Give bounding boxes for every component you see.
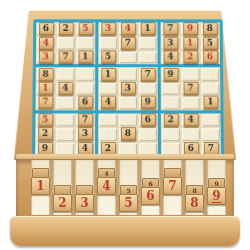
tile-5[interactable]: 5: [203, 37, 218, 51]
tile-drawer[interactable]: 12344556678899: [16, 159, 234, 218]
cell-r4c5[interactable]: [119, 68, 137, 80]
cell-r2c6[interactable]: [139, 37, 157, 49]
cell-r7c5[interactable]: [119, 114, 137, 126]
cell-r1c1[interactable]: 6: [37, 23, 55, 35]
sudoku-grid: 6254371341757983154268147617349971572394…: [32, 19, 224, 159]
tile-4[interactable]: 4: [121, 22, 136, 36]
tile-7[interactable]: 7: [38, 96, 53, 110]
tile-1[interactable]: 1: [101, 68, 116, 82]
drawer-tile-4[interactable]: 4: [97, 177, 116, 195]
cell-r7c3[interactable]: 7: [76, 114, 94, 126]
tile-4[interactable]: 4: [101, 96, 116, 110]
cell-r1c4[interactable]: 3: [99, 23, 117, 35]
cell-r5c6[interactable]: [139, 83, 157, 95]
cell-r3c2[interactable]: 7: [57, 51, 75, 63]
cell-r7c4[interactable]: [99, 114, 117, 126]
cell-r7c8[interactable]: 4: [182, 114, 200, 126]
tile-5[interactable]: 5: [101, 51, 116, 65]
tile-3[interactable]: 3: [38, 51, 53, 65]
tile-6[interactable]: 6: [39, 22, 54, 36]
cell-r4c8[interactable]: [181, 68, 199, 80]
cell-r5c5[interactable]: 3: [119, 83, 137, 95]
tile-7[interactable]: 7: [140, 68, 155, 82]
cell-r5c7[interactable]: [162, 83, 180, 95]
cell-r1c7[interactable]: 7: [161, 23, 179, 35]
drawer-slot-8: 88: [185, 160, 204, 215]
cell-r6c5[interactable]: [119, 97, 137, 109]
cell-r7c9[interactable]: [202, 114, 220, 126]
cell-r1c3[interactable]: 5: [77, 23, 95, 35]
cell-r1c2[interactable]: 2: [57, 23, 75, 35]
cell-r8c2[interactable]: [56, 128, 74, 140]
tile-3[interactable]: 3: [78, 127, 93, 141]
drawer-slot-2: 2: [53, 160, 72, 215]
drawer-tile-2[interactable]: 2: [53, 194, 72, 212]
tile-4[interactable]: 4: [58, 82, 73, 96]
cell-r8c8[interactable]: [182, 128, 200, 140]
cell-r7c2[interactable]: [56, 114, 74, 126]
cell-r6c1[interactable]: 7: [36, 97, 54, 109]
cell-r4c9[interactable]: [201, 68, 219, 80]
cell-r5c9[interactable]: [201, 83, 219, 95]
tile-2[interactable]: 2: [163, 113, 178, 127]
drawer-tile-1[interactable]: 1: [31, 177, 50, 195]
cell-r6c9[interactable]: 1: [202, 97, 220, 109]
drawer-interior: 12344556678899: [31, 160, 219, 215]
cell-r3c1[interactable]: 3: [37, 51, 55, 63]
tile-2[interactable]: 2: [58, 22, 73, 36]
tile-3[interactable]: 3: [101, 22, 116, 36]
board-tray: 6254371341757983154268147617349971572394…: [14, 11, 236, 160]
cell-r1c8[interactable]: 9: [181, 23, 199, 35]
cell-r4c6[interactable]: 7: [139, 68, 157, 80]
tile-8[interactable]: 8: [202, 22, 217, 36]
box-9: 2467: [161, 113, 221, 156]
box-3: 798315426: [161, 22, 221, 64]
tile-6[interactable]: 6: [140, 113, 155, 127]
cell-r2c1[interactable]: 4: [37, 37, 55, 49]
tile-3[interactable]: 3: [121, 82, 136, 96]
tile-5[interactable]: 5: [38, 113, 53, 127]
drawer-tile-9[interactable]: 9: [207, 187, 226, 205]
cell-r4c3[interactable]: [76, 68, 94, 80]
box-2: 34175: [98, 22, 157, 64]
drawer-front-panel[interactable]: [10, 216, 240, 246]
drawer-slot-6: 66: [141, 160, 160, 215]
drawer-tile-6[interactable]: 6: [141, 187, 160, 205]
cell-r8c1[interactable]: 2: [36, 128, 54, 140]
cell-r1c9[interactable]: 8: [201, 23, 219, 35]
cell-r8c6[interactable]: [139, 128, 157, 140]
cell-r2c5[interactable]: 7: [119, 37, 137, 49]
box-4: 81476: [35, 67, 95, 110]
sudoku-board-photo: 6254371341757983154268147617349971572394…: [0, 0, 250, 250]
cell-r6c7[interactable]: [162, 97, 180, 109]
cell-r5c8[interactable]: 7: [182, 83, 200, 95]
cell-r8c4[interactable]: [99, 128, 117, 140]
drawer-slot-9: 99: [207, 160, 226, 215]
tile-3[interactable]: 3: [163, 37, 178, 51]
cell-r8c3[interactable]: 3: [76, 128, 94, 140]
tile-4[interactable]: 4: [163, 51, 178, 65]
cell-r3c5[interactable]: [119, 51, 137, 63]
cell-r8c7[interactable]: [162, 128, 180, 140]
tile-9[interactable]: 9: [140, 96, 155, 110]
cell-r3c9[interactable]: 6: [201, 51, 219, 63]
drawer-tile-3[interactable]: 3: [75, 194, 94, 212]
cell-r4c2[interactable]: [57, 68, 75, 80]
cell-r5c3[interactable]: [76, 83, 94, 95]
box-1: 6254371: [36, 22, 96, 64]
cell-r3c3[interactable]: 1: [76, 51, 94, 63]
cell-r4c4[interactable]: 1: [99, 68, 117, 80]
tile-4[interactable]: 4: [183, 113, 198, 127]
box-8: 682: [98, 113, 158, 156]
cell-r1c6[interactable]: 1: [139, 23, 157, 35]
cell-r5c1[interactable]: 1: [37, 83, 55, 95]
cell-r2c3[interactable]: [77, 37, 95, 49]
cell-r4c7[interactable]: 9: [162, 68, 180, 80]
tile-2[interactable]: 2: [38, 127, 53, 141]
cell-r3c4[interactable]: 5: [99, 51, 117, 63]
cell-r2c8[interactable]: 1: [181, 37, 199, 49]
tile-8[interactable]: 8: [38, 68, 53, 82]
tile-1[interactable]: 1: [38, 82, 53, 96]
drawer-slot-5: 55: [119, 160, 138, 215]
cell-r6c6[interactable]: 9: [139, 97, 157, 109]
cell-r7c1[interactable]: 5: [36, 114, 54, 126]
tile-6[interactable]: 6: [78, 96, 93, 110]
box-6: 971: [161, 67, 221, 110]
tile-7[interactable]: 7: [163, 22, 178, 36]
tile-9[interactable]: 9: [163, 68, 178, 82]
cell-r7c6[interactable]: 6: [139, 114, 157, 126]
cell-r6c4[interactable]: 4: [99, 97, 117, 109]
cell-r2c7[interactable]: 3: [162, 37, 180, 49]
tile-9[interactable]: 9: [183, 22, 198, 36]
drawer-slot-7: 7: [163, 160, 182, 215]
tile-6[interactable]: 6: [203, 51, 218, 65]
tile-1[interactable]: 1: [203, 96, 218, 110]
cell-r5c4[interactable]: [99, 83, 117, 95]
drawer-slot-1: 1: [31, 160, 50, 215]
tile-2[interactable]: 2: [183, 51, 198, 65]
cell-r1c5[interactable]: 4: [119, 23, 137, 35]
cell-r2c9[interactable]: 5: [201, 37, 219, 49]
tile-1[interactable]: 1: [183, 37, 198, 51]
tile-4[interactable]: 4: [38, 37, 53, 51]
tile-8[interactable]: 8: [121, 127, 136, 141]
cell-r2c2[interactable]: [57, 37, 75, 49]
cell-r5c2[interactable]: 4: [56, 83, 74, 95]
tile-1[interactable]: 1: [78, 51, 93, 65]
tile-7[interactable]: 7: [58, 51, 73, 65]
cell-r6c2[interactable]: [56, 97, 74, 109]
drawer-tile-8[interactable]: 8: [185, 194, 204, 212]
cell-r7c7[interactable]: 2: [162, 114, 180, 126]
drawer-slot-3: 3: [75, 160, 94, 215]
cell-r4c1[interactable]: 8: [37, 68, 55, 80]
cell-r6c3[interactable]: 6: [76, 97, 94, 109]
tile-7[interactable]: 7: [78, 113, 93, 127]
box-7: 572394: [35, 113, 95, 156]
drawer-tile-5[interactable]: 5: [119, 194, 138, 212]
box-5: 17349: [98, 67, 158, 110]
drawer-tile-7[interactable]: 7: [163, 177, 182, 195]
cell-r6c8[interactable]: [182, 97, 200, 109]
tile-5[interactable]: 5: [78, 22, 93, 36]
cell-r2c4[interactable]: [99, 37, 117, 49]
tile-7[interactable]: 7: [183, 82, 198, 96]
cell-r8c5[interactable]: 8: [119, 128, 137, 140]
cell-r3c6[interactable]: [139, 51, 157, 63]
drawer-slot-4: 44: [97, 160, 116, 215]
cell-r8c9[interactable]: [202, 128, 220, 140]
cell-r3c8[interactable]: 2: [181, 51, 199, 63]
tile-7[interactable]: 7: [121, 37, 136, 51]
cell-r3c7[interactable]: 4: [162, 51, 180, 63]
tile-1[interactable]: 1: [140, 22, 155, 36]
